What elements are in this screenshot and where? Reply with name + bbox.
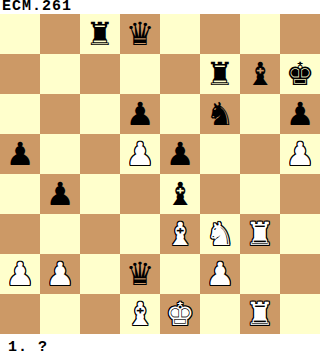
black-bishop[interactable]: ♝ <box>166 174 195 214</box>
square-h6[interactable]: ♟ <box>280 94 320 134</box>
white-pawn[interactable]: ♟ <box>6 254 35 294</box>
square-b6[interactable] <box>40 94 80 134</box>
square-a4[interactable] <box>0 174 40 214</box>
square-f8[interactable] <box>200 14 240 54</box>
black-pawn[interactable]: ♟ <box>166 134 195 174</box>
square-b7[interactable] <box>40 54 80 94</box>
square-a7[interactable] <box>0 54 40 94</box>
square-d6[interactable]: ♟ <box>120 94 160 134</box>
square-c4[interactable] <box>80 174 120 214</box>
square-d3[interactable] <box>120 214 160 254</box>
black-bishop[interactable]: ♝ <box>246 54 275 94</box>
black-pawn[interactable]: ♟ <box>126 94 155 134</box>
square-a3[interactable] <box>0 214 40 254</box>
square-e7[interactable] <box>160 54 200 94</box>
square-f5[interactable] <box>200 134 240 174</box>
black-knight[interactable]: ♞ <box>206 94 235 134</box>
square-c8[interactable]: ♜ <box>80 14 120 54</box>
square-c5[interactable] <box>80 134 120 174</box>
chess-board: ♜♛♜♝♚♟♞♟♟♟♟♟♟♝♝♞♜♟♟♛♟♝♚♜ <box>0 14 320 334</box>
square-c2[interactable] <box>80 254 120 294</box>
square-a5[interactable]: ♟ <box>0 134 40 174</box>
white-pawn[interactable]: ♟ <box>46 254 75 294</box>
square-e1[interactable]: ♚ <box>160 294 200 334</box>
square-c3[interactable] <box>80 214 120 254</box>
white-rook[interactable]: ♜ <box>246 214 275 254</box>
black-pawn[interactable]: ♟ <box>46 174 75 214</box>
square-g3[interactable]: ♜ <box>240 214 280 254</box>
square-e2[interactable] <box>160 254 200 294</box>
white-bishop[interactable]: ♝ <box>166 214 195 254</box>
square-d7[interactable] <box>120 54 160 94</box>
square-h1[interactable] <box>280 294 320 334</box>
square-b5[interactable] <box>40 134 80 174</box>
square-h3[interactable] <box>280 214 320 254</box>
square-f4[interactable] <box>200 174 240 214</box>
white-knight[interactable]: ♞ <box>206 214 235 254</box>
square-h5[interactable]: ♟ <box>280 134 320 174</box>
square-d4[interactable] <box>120 174 160 214</box>
square-e5[interactable]: ♟ <box>160 134 200 174</box>
square-a8[interactable] <box>0 14 40 54</box>
square-a1[interactable] <box>0 294 40 334</box>
square-g4[interactable] <box>240 174 280 214</box>
white-pawn[interactable]: ♟ <box>126 134 155 174</box>
square-h2[interactable] <box>280 254 320 294</box>
square-h7[interactable]: ♚ <box>280 54 320 94</box>
black-queen[interactable]: ♛ <box>126 14 155 54</box>
white-bishop[interactable]: ♝ <box>126 294 155 334</box>
square-a2[interactable]: ♟ <box>0 254 40 294</box>
white-pawn[interactable]: ♟ <box>286 134 315 174</box>
white-rook[interactable]: ♜ <box>246 294 275 334</box>
square-f6[interactable]: ♞ <box>200 94 240 134</box>
square-d2[interactable]: ♛ <box>120 254 160 294</box>
square-h4[interactable] <box>280 174 320 214</box>
black-rook[interactable]: ♜ <box>86 14 115 54</box>
square-d8[interactable]: ♛ <box>120 14 160 54</box>
square-g2[interactable] <box>240 254 280 294</box>
square-h8[interactable] <box>280 14 320 54</box>
square-g8[interactable] <box>240 14 280 54</box>
puzzle-title: ECM.261 <box>0 0 320 14</box>
square-g7[interactable]: ♝ <box>240 54 280 94</box>
square-g6[interactable] <box>240 94 280 134</box>
black-pawn[interactable]: ♟ <box>286 94 315 134</box>
square-c6[interactable] <box>80 94 120 134</box>
square-d1[interactable]: ♝ <box>120 294 160 334</box>
square-c7[interactable] <box>80 54 120 94</box>
square-g1[interactable]: ♜ <box>240 294 280 334</box>
square-e8[interactable] <box>160 14 200 54</box>
square-f1[interactable] <box>200 294 240 334</box>
square-b1[interactable] <box>40 294 80 334</box>
square-b4[interactable]: ♟ <box>40 174 80 214</box>
square-g5[interactable] <box>240 134 280 174</box>
square-e6[interactable] <box>160 94 200 134</box>
square-e4[interactable]: ♝ <box>160 174 200 214</box>
move-prompt: 1. ? <box>0 334 320 360</box>
square-f3[interactable]: ♞ <box>200 214 240 254</box>
square-c1[interactable] <box>80 294 120 334</box>
square-b8[interactable] <box>40 14 80 54</box>
black-king[interactable]: ♚ <box>286 54 315 94</box>
black-rook[interactable]: ♜ <box>206 54 235 94</box>
square-f7[interactable]: ♜ <box>200 54 240 94</box>
white-pawn[interactable]: ♟ <box>206 254 235 294</box>
black-queen[interactable]: ♛ <box>126 254 155 294</box>
chess-puzzle-app: ECM.261 ♜♛♜♝♚♟♞♟♟♟♟♟♟♝♝♞♜♟♟♛♟♝♚♜ 1. ? <box>0 0 320 360</box>
square-a6[interactable] <box>0 94 40 134</box>
square-d5[interactable]: ♟ <box>120 134 160 174</box>
square-b3[interactable] <box>40 214 80 254</box>
white-king[interactable]: ♚ <box>166 294 195 334</box>
black-pawn[interactable]: ♟ <box>6 134 35 174</box>
square-b2[interactable]: ♟ <box>40 254 80 294</box>
square-f2[interactable]: ♟ <box>200 254 240 294</box>
square-e3[interactable]: ♝ <box>160 214 200 254</box>
